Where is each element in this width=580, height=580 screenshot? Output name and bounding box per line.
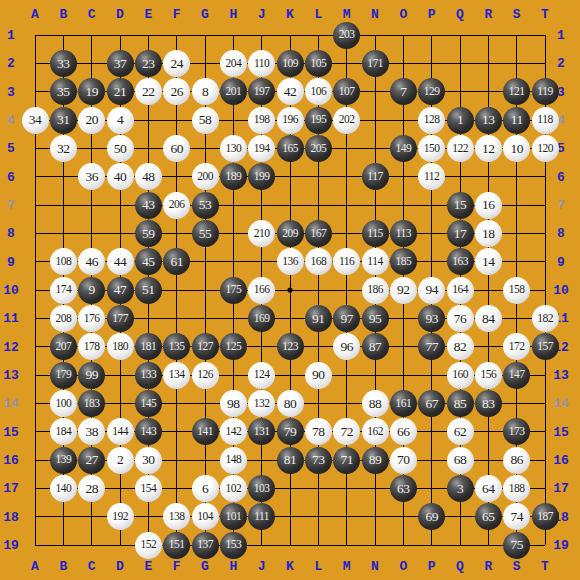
move-number: 44 bbox=[114, 255, 127, 269]
move-number: 70 bbox=[397, 453, 410, 467]
move-number: 9 bbox=[89, 283, 95, 297]
move-number: 78 bbox=[312, 425, 325, 439]
stone-o3-black[interactable]: 7 bbox=[390, 78, 417, 105]
row-label-left: 10 bbox=[3, 284, 19, 297]
move-number: 197 bbox=[254, 86, 270, 98]
stone-q8-black[interactable]: 17 bbox=[447, 220, 474, 247]
stone-d5-white[interactable]: 50 bbox=[107, 135, 134, 162]
move-number: 144 bbox=[112, 426, 128, 438]
stone-b10-white[interactable]: 174 bbox=[50, 277, 77, 304]
move-number: 34 bbox=[29, 113, 42, 127]
row-label-right: 19 bbox=[553, 539, 569, 552]
stone-f19-black[interactable]: 151 bbox=[163, 532, 190, 559]
column-label-bottom: D bbox=[116, 560, 124, 573]
stone-g15-black[interactable]: 141 bbox=[192, 418, 219, 445]
stone-l5-black[interactable]: 205 bbox=[305, 135, 332, 162]
move-number: 129 bbox=[424, 86, 440, 98]
move-number: 8 bbox=[202, 85, 208, 99]
stone-l9-white[interactable]: 168 bbox=[305, 248, 332, 275]
move-number: 198 bbox=[254, 114, 270, 126]
stone-q16-white[interactable]: 68 bbox=[447, 447, 474, 474]
stone-g12-black[interactable]: 127 bbox=[192, 333, 219, 360]
move-number: 15 bbox=[454, 198, 467, 212]
column-label-top: N bbox=[371, 8, 379, 21]
move-number: 97 bbox=[340, 312, 353, 326]
stone-j11-black[interactable]: 169 bbox=[248, 305, 275, 332]
stone-n12-black[interactable]: 87 bbox=[362, 333, 389, 360]
stone-h18-black[interactable]: 101 bbox=[220, 503, 247, 530]
stone-r14-black[interactable]: 83 bbox=[475, 390, 502, 417]
stone-n10-white[interactable]: 186 bbox=[362, 277, 389, 304]
move-number: 37 bbox=[114, 57, 127, 71]
move-number: 31 bbox=[57, 113, 70, 127]
column-label-bottom: N bbox=[371, 560, 379, 573]
column-label-top: A bbox=[31, 8, 39, 21]
stone-j4-white[interactable]: 198 bbox=[248, 107, 275, 134]
stone-r11-white[interactable]: 84 bbox=[475, 305, 502, 332]
stone-d3-black[interactable]: 21 bbox=[107, 78, 134, 105]
stone-p4-white[interactable]: 128 bbox=[418, 107, 445, 134]
move-number: 103 bbox=[254, 483, 270, 495]
stone-e9-black[interactable]: 45 bbox=[135, 248, 162, 275]
move-number: 140 bbox=[55, 483, 71, 495]
stone-b11-white[interactable]: 208 bbox=[50, 305, 77, 332]
stone-l11-black[interactable]: 91 bbox=[305, 305, 332, 332]
stone-k14-white[interactable]: 80 bbox=[277, 390, 304, 417]
stone-d11-black[interactable]: 177 bbox=[107, 305, 134, 332]
move-number: 181 bbox=[140, 341, 156, 353]
stone-s19-black[interactable]: 75 bbox=[503, 532, 530, 559]
column-label-bottom: J bbox=[258, 560, 266, 573]
row-label-right: 13 bbox=[553, 369, 569, 382]
stone-h19-black[interactable]: 153 bbox=[220, 532, 247, 559]
move-number: 173 bbox=[509, 426, 525, 438]
move-number: 77 bbox=[425, 340, 438, 354]
stone-g17-white[interactable]: 6 bbox=[192, 475, 219, 502]
stone-h10-black[interactable]: 175 bbox=[220, 277, 247, 304]
stone-f2-white[interactable]: 24 bbox=[163, 50, 190, 77]
stone-k12-black[interactable]: 123 bbox=[277, 333, 304, 360]
move-number: 182 bbox=[537, 313, 553, 325]
move-number: 169 bbox=[254, 313, 270, 325]
stone-b9-white[interactable]: 108 bbox=[50, 248, 77, 275]
stone-a4-white[interactable]: 34 bbox=[22, 107, 49, 134]
stone-g19-black[interactable]: 137 bbox=[192, 532, 219, 559]
stone-k2-black[interactable]: 109 bbox=[277, 50, 304, 77]
column-label-top: Q bbox=[456, 8, 464, 21]
move-number: 127 bbox=[197, 341, 213, 353]
move-number: 172 bbox=[509, 341, 525, 353]
stone-q12-white[interactable]: 82 bbox=[447, 333, 474, 360]
column-label-bottom: A bbox=[31, 560, 39, 573]
move-number: 178 bbox=[84, 341, 100, 353]
move-number: 11 bbox=[511, 113, 523, 127]
stone-b3-black[interactable]: 35 bbox=[50, 78, 77, 105]
column-label-bottom: B bbox=[59, 560, 67, 573]
stone-n16-black[interactable]: 89 bbox=[362, 447, 389, 474]
column-label-bottom: M bbox=[343, 560, 351, 573]
stone-n14-white[interactable]: 88 bbox=[362, 390, 389, 417]
stone-j2-white[interactable]: 110 bbox=[248, 50, 275, 77]
move-number: 206 bbox=[169, 199, 185, 211]
move-number: 207 bbox=[55, 341, 71, 353]
move-number: 40 bbox=[114, 170, 127, 184]
stone-e13-black[interactable]: 133 bbox=[135, 362, 162, 389]
stone-g13-white[interactable]: 126 bbox=[192, 362, 219, 389]
stone-b12-black[interactable]: 207 bbox=[50, 333, 77, 360]
stone-m4-white[interactable]: 202 bbox=[333, 107, 360, 134]
move-number: 124 bbox=[254, 369, 270, 381]
row-label-right: 17 bbox=[553, 482, 569, 495]
stone-n15-white[interactable]: 162 bbox=[362, 418, 389, 445]
move-number: 205 bbox=[310, 143, 326, 155]
move-number: 105 bbox=[310, 58, 326, 70]
move-number: 21 bbox=[114, 85, 127, 99]
move-number: 10 bbox=[510, 142, 523, 156]
move-number: 156 bbox=[480, 369, 496, 381]
stone-n9-white[interactable]: 114 bbox=[362, 248, 389, 275]
stone-h16-white[interactable]: 148 bbox=[220, 447, 247, 474]
stone-t4-white[interactable]: 118 bbox=[532, 107, 559, 134]
stone-c11-white[interactable]: 176 bbox=[78, 305, 105, 332]
stone-b14-white[interactable]: 100 bbox=[50, 390, 77, 417]
stone-c13-black[interactable]: 99 bbox=[78, 362, 105, 389]
stone-e2-black[interactable]: 23 bbox=[135, 50, 162, 77]
stone-q9-black[interactable]: 163 bbox=[447, 248, 474, 275]
stone-k9-white[interactable]: 136 bbox=[277, 248, 304, 275]
column-label-bottom: K bbox=[286, 560, 294, 573]
stone-r7-white[interactable]: 16 bbox=[475, 192, 502, 219]
stone-d4-white[interactable]: 4 bbox=[107, 107, 134, 134]
stone-h17-white[interactable]: 102 bbox=[220, 475, 247, 502]
stone-h3-black[interactable]: 201 bbox=[220, 78, 247, 105]
stone-c10-black[interactable]: 9 bbox=[78, 277, 105, 304]
stone-c17-white[interactable]: 28 bbox=[78, 475, 105, 502]
stone-f5-white[interactable]: 60 bbox=[163, 135, 190, 162]
stone-l4-black[interactable]: 195 bbox=[305, 107, 332, 134]
stone-p10-white[interactable]: 94 bbox=[418, 277, 445, 304]
stone-b13-black[interactable]: 179 bbox=[50, 362, 77, 389]
column-label-bottom: P bbox=[428, 560, 436, 573]
stone-q13-white[interactable]: 160 bbox=[447, 362, 474, 389]
row-label-left: 6 bbox=[7, 170, 15, 183]
stone-c4-white[interactable]: 20 bbox=[78, 107, 105, 134]
stone-o10-white[interactable]: 92 bbox=[390, 277, 417, 304]
stone-s4-black[interactable]: 11 bbox=[503, 107, 530, 134]
move-number: 74 bbox=[510, 510, 523, 524]
stone-h15-white[interactable]: 142 bbox=[220, 418, 247, 445]
move-number: 99 bbox=[85, 368, 98, 382]
move-number: 64 bbox=[482, 482, 495, 496]
move-number: 32 bbox=[57, 142, 70, 156]
row-label-right: 7 bbox=[557, 199, 565, 212]
move-number: 100 bbox=[55, 398, 71, 410]
row-label-left: 13 bbox=[3, 369, 19, 382]
stone-j5-white[interactable]: 194 bbox=[248, 135, 275, 162]
stone-k8-black[interactable]: 209 bbox=[277, 220, 304, 247]
stone-d16-white[interactable]: 2 bbox=[107, 447, 134, 474]
stone-p5-white[interactable]: 150 bbox=[418, 135, 445, 162]
move-number: 128 bbox=[424, 114, 440, 126]
stone-h5-white[interactable]: 130 bbox=[220, 135, 247, 162]
stone-l16-black[interactable]: 73 bbox=[305, 447, 332, 474]
move-number: 24 bbox=[170, 57, 183, 71]
move-number: 118 bbox=[537, 114, 552, 126]
row-label-left: 17 bbox=[3, 482, 19, 495]
move-number: 20 bbox=[85, 113, 98, 127]
row-label-right: 1 bbox=[557, 29, 565, 42]
stone-q14-black[interactable]: 85 bbox=[447, 390, 474, 417]
move-number: 36 bbox=[85, 170, 98, 184]
stone-k16-black[interactable]: 81 bbox=[277, 447, 304, 474]
stone-d18-white[interactable]: 192 bbox=[107, 503, 134, 530]
stone-l15-white[interactable]: 78 bbox=[305, 418, 332, 445]
stone-e19-white[interactable]: 152 bbox=[135, 532, 162, 559]
move-number: 82 bbox=[454, 340, 467, 354]
move-number: 22 bbox=[142, 85, 155, 99]
stone-l8-black[interactable]: 167 bbox=[305, 220, 332, 247]
stone-g8-black[interactable]: 55 bbox=[192, 220, 219, 247]
column-label-top: R bbox=[484, 8, 492, 21]
stone-c14-black[interactable]: 183 bbox=[78, 390, 105, 417]
stone-o5-black[interactable]: 149 bbox=[390, 135, 417, 162]
stone-t18-black[interactable]: 187 bbox=[532, 503, 559, 530]
row-label-right: 14 bbox=[553, 397, 569, 410]
move-number: 167 bbox=[310, 228, 326, 240]
stone-b15-white[interactable]: 184 bbox=[50, 418, 77, 445]
stone-o8-black[interactable]: 113 bbox=[390, 220, 417, 247]
stone-s17-white[interactable]: 188 bbox=[503, 475, 530, 502]
stone-e10-black[interactable]: 51 bbox=[135, 277, 162, 304]
stone-d6-white[interactable]: 40 bbox=[107, 163, 134, 190]
move-number: 14 bbox=[482, 255, 495, 269]
move-number: 38 bbox=[85, 425, 98, 439]
stone-j14-white[interactable]: 132 bbox=[248, 390, 275, 417]
row-label-left: 3 bbox=[7, 85, 15, 98]
stone-d12-white[interactable]: 180 bbox=[107, 333, 134, 360]
move-number: 187 bbox=[537, 511, 553, 523]
stone-o14-black[interactable]: 161 bbox=[390, 390, 417, 417]
go-board[interactable]: AABBCCDDEEFFGGHHJJKKLLMMNNOOPPQQRRSSTT11… bbox=[0, 0, 580, 580]
move-number: 80 bbox=[284, 397, 297, 411]
move-number: 13 bbox=[482, 113, 495, 127]
stone-f13-white[interactable]: 134 bbox=[163, 362, 190, 389]
stone-d15-white[interactable]: 144 bbox=[107, 418, 134, 445]
stone-m11-black[interactable]: 97 bbox=[333, 305, 360, 332]
move-number: 163 bbox=[452, 256, 468, 268]
stone-j8-white[interactable]: 210 bbox=[248, 220, 275, 247]
move-number: 117 bbox=[367, 171, 382, 183]
stone-l13-white[interactable]: 90 bbox=[305, 362, 332, 389]
move-number: 160 bbox=[452, 369, 468, 381]
stone-d9-white[interactable]: 44 bbox=[107, 248, 134, 275]
stone-j10-white[interactable]: 166 bbox=[248, 277, 275, 304]
stone-s16-white[interactable]: 86 bbox=[503, 447, 530, 474]
stone-m1-black[interactable]: 203 bbox=[333, 22, 360, 49]
stone-k15-black[interactable]: 79 bbox=[277, 418, 304, 445]
column-label-bottom: S bbox=[513, 560, 521, 573]
stone-g18-white[interactable]: 104 bbox=[192, 503, 219, 530]
row-label-right: 10 bbox=[553, 284, 569, 297]
stone-o9-black[interactable]: 185 bbox=[390, 248, 417, 275]
stone-r5-white[interactable]: 12 bbox=[475, 135, 502, 162]
move-number: 152 bbox=[140, 539, 156, 551]
move-number: 1 bbox=[457, 113, 463, 127]
stone-e3-white[interactable]: 22 bbox=[135, 78, 162, 105]
stone-p11-black[interactable]: 93 bbox=[418, 305, 445, 332]
stone-e17-white[interactable]: 154 bbox=[135, 475, 162, 502]
stone-q4-black[interactable]: 1 bbox=[447, 107, 474, 134]
row-label-right: 9 bbox=[557, 255, 565, 268]
stone-r8-white[interactable]: 18 bbox=[475, 220, 502, 247]
stone-e14-black[interactable]: 145 bbox=[135, 390, 162, 417]
stone-r13-white[interactable]: 156 bbox=[475, 362, 502, 389]
move-number: 4 bbox=[117, 113, 123, 127]
row-label-left: 19 bbox=[3, 539, 19, 552]
stone-r4-black[interactable]: 13 bbox=[475, 107, 502, 134]
move-number: 142 bbox=[225, 426, 241, 438]
stone-q7-black[interactable]: 15 bbox=[447, 192, 474, 219]
stone-n11-black[interactable]: 95 bbox=[362, 305, 389, 332]
stone-e8-black[interactable]: 59 bbox=[135, 220, 162, 247]
move-number: 179 bbox=[55, 369, 71, 381]
stone-g4-white[interactable]: 58 bbox=[192, 107, 219, 134]
stone-t5-white[interactable]: 120 bbox=[532, 135, 559, 162]
stone-h12-black[interactable]: 125 bbox=[220, 333, 247, 360]
move-number: 186 bbox=[367, 284, 383, 296]
move-number: 136 bbox=[282, 256, 298, 268]
stone-s5-white[interactable]: 10 bbox=[503, 135, 530, 162]
move-number: 137 bbox=[197, 539, 213, 551]
stone-b5-white[interactable]: 32 bbox=[50, 135, 77, 162]
stone-k3-white[interactable]: 42 bbox=[277, 78, 304, 105]
column-label-top: O bbox=[399, 8, 407, 21]
stone-e15-black[interactable]: 143 bbox=[135, 418, 162, 445]
stone-q10-white[interactable]: 164 bbox=[447, 277, 474, 304]
stone-n2-black[interactable]: 171 bbox=[362, 50, 389, 77]
stone-h2-white[interactable]: 204 bbox=[220, 50, 247, 77]
move-number: 184 bbox=[55, 426, 71, 438]
move-number: 48 bbox=[142, 170, 155, 184]
move-number: 23 bbox=[142, 57, 155, 71]
move-number: 122 bbox=[452, 143, 468, 155]
stone-l3-white[interactable]: 106 bbox=[305, 78, 332, 105]
stone-t12-black[interactable]: 157 bbox=[532, 333, 559, 360]
stone-d2-black[interactable]: 37 bbox=[107, 50, 134, 77]
move-number: 102 bbox=[225, 483, 241, 495]
move-number: 50 bbox=[114, 142, 127, 156]
move-number: 101 bbox=[225, 511, 241, 523]
row-label-left: 18 bbox=[3, 510, 19, 523]
stone-r9-white[interactable]: 14 bbox=[475, 248, 502, 275]
stone-b2-black[interactable]: 33 bbox=[50, 50, 77, 77]
stone-c16-black[interactable]: 27 bbox=[78, 447, 105, 474]
column-label-top: H bbox=[229, 8, 237, 21]
stone-g6-white[interactable]: 200 bbox=[192, 163, 219, 190]
move-number: 72 bbox=[340, 425, 353, 439]
stone-e12-black[interactable]: 181 bbox=[135, 333, 162, 360]
stone-f7-white[interactable]: 206 bbox=[163, 192, 190, 219]
move-number: 174 bbox=[55, 284, 71, 296]
stone-j13-white[interactable]: 124 bbox=[248, 362, 275, 389]
move-number: 42 bbox=[284, 85, 297, 99]
stone-o15-white[interactable]: 66 bbox=[390, 418, 417, 445]
move-number: 95 bbox=[369, 312, 382, 326]
stone-o17-black[interactable]: 63 bbox=[390, 475, 417, 502]
stone-g7-black[interactable]: 53 bbox=[192, 192, 219, 219]
move-number: 55 bbox=[199, 227, 212, 241]
stone-q5-white[interactable]: 122 bbox=[447, 135, 474, 162]
move-number: 73 bbox=[312, 453, 325, 467]
move-number: 208 bbox=[55, 313, 71, 325]
stone-j17-black[interactable]: 103 bbox=[248, 475, 275, 502]
stone-l2-black[interactable]: 105 bbox=[305, 50, 332, 77]
row-label-left: 5 bbox=[7, 142, 15, 155]
move-number: 96 bbox=[340, 340, 353, 354]
stone-q15-white[interactable]: 62 bbox=[447, 418, 474, 445]
move-number: 46 bbox=[85, 255, 98, 269]
move-number: 109 bbox=[282, 58, 298, 70]
move-number: 18 bbox=[482, 227, 495, 241]
stone-h6-black[interactable]: 189 bbox=[220, 163, 247, 190]
stone-q11-white[interactable]: 76 bbox=[447, 305, 474, 332]
stone-b4-black[interactable]: 31 bbox=[50, 107, 77, 134]
move-number: 65 bbox=[482, 510, 495, 524]
stone-o16-white[interactable]: 70 bbox=[390, 447, 417, 474]
stone-k4-white[interactable]: 196 bbox=[277, 107, 304, 134]
stone-p14-black[interactable]: 67 bbox=[418, 390, 445, 417]
move-number: 87 bbox=[369, 340, 382, 354]
move-number: 130 bbox=[225, 143, 241, 155]
column-label-bottom: Q bbox=[456, 560, 464, 573]
stone-e16-white[interactable]: 30 bbox=[135, 447, 162, 474]
move-number: 158 bbox=[509, 284, 525, 296]
stone-b17-white[interactable]: 140 bbox=[50, 475, 77, 502]
stone-k5-black[interactable]: 165 bbox=[277, 135, 304, 162]
stone-n8-black[interactable]: 115 bbox=[362, 220, 389, 247]
stone-r17-white[interactable]: 64 bbox=[475, 475, 502, 502]
move-number: 90 bbox=[312, 368, 325, 382]
stone-h14-white[interactable]: 98 bbox=[220, 390, 247, 417]
move-number: 108 bbox=[55, 256, 71, 268]
move-number: 45 bbox=[142, 255, 155, 269]
move-number: 202 bbox=[339, 114, 355, 126]
stone-t3-black[interactable]: 119 bbox=[532, 78, 559, 105]
stone-e7-black[interactable]: 43 bbox=[135, 192, 162, 219]
stone-m16-black[interactable]: 71 bbox=[333, 447, 360, 474]
stone-q17-black[interactable]: 3 bbox=[447, 475, 474, 502]
column-label-bottom: G bbox=[201, 560, 209, 573]
stone-s10-white[interactable]: 158 bbox=[503, 277, 530, 304]
move-number: 35 bbox=[57, 85, 70, 99]
move-number: 153 bbox=[225, 539, 241, 551]
move-number: 107 bbox=[339, 86, 355, 98]
move-number: 16 bbox=[482, 198, 495, 212]
column-label-top: F bbox=[173, 8, 181, 21]
move-number: 17 bbox=[454, 227, 467, 241]
move-number: 138 bbox=[169, 511, 185, 523]
stone-s13-black[interactable]: 147 bbox=[503, 362, 530, 389]
stone-r18-black[interactable]: 65 bbox=[475, 503, 502, 530]
stone-d10-black[interactable]: 47 bbox=[107, 277, 134, 304]
move-number: 185 bbox=[395, 256, 411, 268]
stone-g3-white[interactable]: 8 bbox=[192, 78, 219, 105]
stone-t11-white[interactable]: 182 bbox=[532, 305, 559, 332]
stone-n6-black[interactable]: 117 bbox=[362, 163, 389, 190]
stone-e6-white[interactable]: 48 bbox=[135, 163, 162, 190]
row-label-right: 16 bbox=[553, 454, 569, 467]
stone-b16-black[interactable]: 139 bbox=[50, 447, 77, 474]
